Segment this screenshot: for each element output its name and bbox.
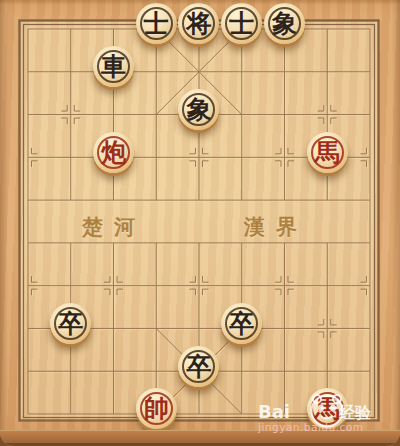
piece-glyph: 馬 xyxy=(315,140,340,165)
piece-red-horse-1[interactable]: 馬 xyxy=(307,132,348,173)
piece-black-soldier-3[interactable]: 卒 xyxy=(178,346,219,387)
board-point-5-7[interactable]: 卒 xyxy=(220,307,263,350)
piece-glyph: 帥 xyxy=(144,396,169,421)
board-point-7-3[interactable]: 馬 xyxy=(306,136,349,179)
piece-glyph: 卒 xyxy=(58,311,83,336)
piece-glyph: 車 xyxy=(101,54,126,79)
piece-glyph: 卒 xyxy=(186,354,211,379)
watermark-brand-prefix: Bai xyxy=(258,401,290,422)
piece-glyph: 炮 xyxy=(101,140,126,165)
piece-glyph: 卒 xyxy=(229,311,254,336)
piece-glyph: 将 xyxy=(186,11,211,36)
piece-black-general[interactable]: 将 xyxy=(178,3,219,44)
piece-glyph: 象 xyxy=(272,11,297,36)
piece-red-general[interactable]: 帥 xyxy=(136,388,177,429)
board-point-4-2[interactable]: 象 xyxy=(178,93,221,136)
board-top-bevel xyxy=(0,0,400,5)
piece-glyph: 士 xyxy=(229,11,254,36)
piece-glyph: 士 xyxy=(144,11,169,36)
board-left-bevel xyxy=(0,0,8,446)
board-point-4-0[interactable]: 将 xyxy=(178,8,221,51)
piece-black-advisor-1[interactable]: 士 xyxy=(136,3,177,44)
piece-black-advisor-2[interactable]: 士 xyxy=(221,3,262,44)
board-grid[interactable]: 士将士象車象炮馬卒卒卒帥馬 xyxy=(7,8,392,436)
board-point-6-0[interactable]: 象 xyxy=(263,8,306,51)
board-point-4-8[interactable]: 卒 xyxy=(178,350,221,393)
board-point-3-9[interactable]: 帥 xyxy=(135,392,178,435)
board-point-1-7[interactable]: 卒 xyxy=(49,307,92,350)
watermark-url: jingyan.baidu.com xyxy=(258,421,363,433)
piece-black-elephant-1[interactable]: 象 xyxy=(264,3,305,44)
piece-black-soldier-1[interactable]: 卒 xyxy=(50,303,91,344)
piece-black-elephant-2[interactable]: 象 xyxy=(178,89,219,130)
board-right-bevel xyxy=(392,0,400,446)
piece-black-chariot[interactable]: 車 xyxy=(93,46,134,87)
board-point-5-0[interactable]: 士 xyxy=(220,8,263,51)
board-point-2-3[interactable]: 炮 xyxy=(92,136,135,179)
board-point-2-1[interactable]: 車 xyxy=(92,50,135,93)
piece-red-cannon[interactable]: 炮 xyxy=(93,132,134,173)
xiangqi-board: 楚河 漢界 士将士象車象炮馬卒卒卒帥馬 xyxy=(0,0,400,446)
piece-black-soldier-2[interactable]: 卒 xyxy=(221,303,262,344)
board-point-3-0[interactable]: 士 xyxy=(135,8,178,51)
piece-glyph: 象 xyxy=(186,97,211,122)
piece-glyph: 馬 xyxy=(315,396,340,421)
